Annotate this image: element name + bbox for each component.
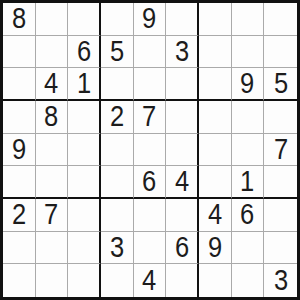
cell-r9c7[interactable]	[199, 264, 232, 297]
cell-r5c4[interactable]	[101, 134, 134, 167]
given-digit: 6	[175, 233, 189, 262]
cell-r3c7[interactable]	[199, 68, 232, 101]
cell-r8c5[interactable]	[134, 232, 167, 265]
cell-r7c7[interactable]: 4	[199, 199, 232, 232]
cell-r5c8[interactable]	[232, 134, 265, 167]
cell-r4c7[interactable]	[199, 101, 232, 134]
given-digit: 8	[12, 4, 26, 33]
cell-r2c1[interactable]	[3, 36, 36, 69]
given-digit: 7	[142, 102, 156, 131]
cell-r7c8[interactable]: 6	[232, 199, 265, 232]
cell-r9c2[interactable]	[36, 264, 69, 297]
cell-r2c6[interactable]: 3	[166, 36, 199, 69]
cell-r9c5[interactable]: 4	[134, 264, 167, 297]
cell-r5c6[interactable]	[166, 134, 199, 167]
cell-r2c4[interactable]: 5	[101, 36, 134, 69]
cell-r1c8[interactable]	[232, 3, 265, 36]
cell-r2c5[interactable]	[134, 36, 167, 69]
given-digit: 4	[44, 69, 58, 98]
cell-r6c6[interactable]: 4	[166, 166, 199, 199]
cell-r1c2[interactable]	[36, 3, 69, 36]
cell-r3c3[interactable]: 1	[68, 68, 101, 101]
cell-r2c2[interactable]	[36, 36, 69, 69]
cell-r1c6[interactable]	[166, 3, 199, 36]
cell-r7c5[interactable]	[134, 199, 167, 232]
cell-r1c5[interactable]: 9	[134, 3, 167, 36]
given-digit: 7	[44, 200, 58, 229]
given-digit: 3	[175, 37, 189, 66]
given-digit: 8	[44, 102, 58, 131]
cell-r9c6[interactable]	[166, 264, 199, 297]
given-digit: 4	[142, 266, 156, 295]
cell-r3c6[interactable]	[166, 68, 199, 101]
cell-r4c3[interactable]	[68, 101, 101, 134]
cell-r3c1[interactable]	[3, 68, 36, 101]
cell-r8c8[interactable]	[232, 232, 265, 265]
cell-r2c3[interactable]: 6	[68, 36, 101, 69]
cell-r8c6[interactable]: 6	[166, 232, 199, 265]
cell-r1c1[interactable]: 8	[3, 3, 36, 36]
given-digit: 9	[208, 233, 222, 262]
cell-r1c3[interactable]	[68, 3, 101, 36]
cell-r2c7[interactable]	[199, 36, 232, 69]
cell-r6c3[interactable]	[68, 166, 101, 199]
cell-r3c4[interactable]	[101, 68, 134, 101]
cell-r8c9[interactable]	[264, 232, 297, 265]
cell-r9c1[interactable]	[3, 264, 36, 297]
given-digit: 3	[274, 266, 288, 295]
cell-r5c5[interactable]	[134, 134, 167, 167]
given-digit: 1	[240, 167, 254, 196]
cell-r5c9[interactable]: 7	[264, 134, 297, 167]
sudoku-board: 89653419582797641274636943	[0, 0, 300, 300]
given-digit: 4	[208, 200, 222, 229]
cell-r3c9[interactable]: 5	[264, 68, 297, 101]
cell-r6c1[interactable]	[3, 166, 36, 199]
cell-r7c4[interactable]	[101, 199, 134, 232]
cell-r6c5[interactable]: 6	[134, 166, 167, 199]
given-digit: 6	[240, 200, 254, 229]
given-digit: 7	[274, 135, 288, 164]
cell-r8c1[interactable]	[3, 232, 36, 265]
cell-r1c4[interactable]	[101, 3, 134, 36]
cell-r9c4[interactable]	[101, 264, 134, 297]
cell-r3c8[interactable]: 9	[232, 68, 265, 101]
given-digit: 2	[12, 200, 26, 229]
given-digit: 9	[240, 69, 254, 98]
cell-r2c8[interactable]	[232, 36, 265, 69]
cell-r4c5[interactable]: 7	[134, 101, 167, 134]
cell-r3c5[interactable]	[134, 68, 167, 101]
given-digit: 9	[142, 4, 156, 33]
cell-r6c7[interactable]	[199, 166, 232, 199]
cell-r4c8[interactable]	[232, 101, 265, 134]
cell-r5c7[interactable]	[199, 134, 232, 167]
cell-r6c9[interactable]	[264, 166, 297, 199]
given-digit: 5	[274, 69, 288, 98]
cell-r2c9[interactable]	[264, 36, 297, 69]
cell-r5c2[interactable]	[36, 134, 69, 167]
cell-r6c2[interactable]	[36, 166, 69, 199]
cell-r1c9[interactable]	[264, 3, 297, 36]
given-digit: 2	[110, 102, 124, 131]
cell-r5c1[interactable]: 9	[3, 134, 36, 167]
cell-r7c3[interactable]	[68, 199, 101, 232]
cell-r9c3[interactable]	[68, 264, 101, 297]
cell-r4c6[interactable]	[166, 101, 199, 134]
cell-r7c1[interactable]: 2	[3, 199, 36, 232]
cell-r9c8[interactable]	[232, 264, 265, 297]
cell-r3c2[interactable]: 4	[36, 68, 69, 101]
given-digit: 4	[175, 167, 189, 196]
given-digit: 5	[110, 37, 124, 66]
cell-r8c3[interactable]	[68, 232, 101, 265]
cell-r7c2[interactable]: 7	[36, 199, 69, 232]
cell-r8c4[interactable]: 3	[101, 232, 134, 265]
given-digit: 9	[12, 135, 26, 164]
cell-r8c2[interactable]	[36, 232, 69, 265]
cell-r6c8[interactable]: 1	[232, 166, 265, 199]
cell-r6c4[interactable]	[101, 166, 134, 199]
cell-r4c4[interactable]: 2	[101, 101, 134, 134]
cell-r1c7[interactable]	[199, 3, 232, 36]
given-digit: 3	[110, 233, 124, 262]
cell-r9c9[interactable]: 3	[264, 264, 297, 297]
cell-r4c1[interactable]	[3, 101, 36, 134]
given-digit: 6	[142, 167, 156, 196]
cell-r8c7[interactable]: 9	[199, 232, 232, 265]
cell-r5c3[interactable]	[68, 134, 101, 167]
cell-r4c9[interactable]	[264, 101, 297, 134]
cell-r4c2[interactable]: 8	[36, 101, 69, 134]
cell-r7c6[interactable]	[166, 199, 199, 232]
cell-r7c9[interactable]	[264, 199, 297, 232]
given-digit: 1	[77, 69, 91, 98]
given-digit: 6	[77, 37, 91, 66]
